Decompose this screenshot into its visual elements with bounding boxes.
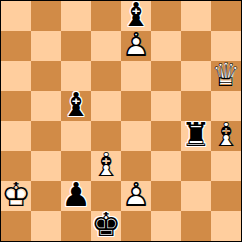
black-rook-piece[interactable]: ♜: [181, 121, 211, 151]
black-bishop-glyph: ♝: [61, 88, 91, 121]
black-rook-glyph: ♜: [181, 118, 211, 151]
square-b8[interactable]: [31, 1, 61, 31]
square-g8[interactable]: [181, 1, 211, 31]
square-a2[interactable]: ♚♔: [1, 181, 31, 211]
white-pawn-outline: ♙: [121, 28, 151, 61]
black-pawn-piece[interactable]: ♟: [61, 181, 91, 211]
square-e2[interactable]: ♟♙: [121, 181, 151, 211]
square-c7[interactable]: [61, 31, 91, 61]
white-queen-piece[interactable]: ♛♕: [211, 61, 241, 91]
square-e4[interactable]: [121, 121, 151, 151]
white-bishop-outline: ♗: [211, 118, 241, 151]
chess-board: ♝♟♙♛♕♝♜♝♗♝♗♚♔♟♟♙♚: [1, 1, 241, 241]
square-b3[interactable]: [31, 151, 61, 181]
square-d3[interactable]: ♝♗: [91, 151, 121, 181]
square-f1[interactable]: [151, 211, 181, 241]
black-king-piece[interactable]: ♚: [91, 211, 121, 241]
black-bishop-piece[interactable]: ♝: [61, 91, 91, 121]
square-h8[interactable]: [211, 1, 241, 31]
square-d5[interactable]: [91, 91, 121, 121]
white-king-piece[interactable]: ♚♔: [1, 181, 31, 211]
square-a8[interactable]: [1, 1, 31, 31]
square-f8[interactable]: [151, 1, 181, 31]
square-b6[interactable]: [31, 61, 61, 91]
square-f4[interactable]: [151, 121, 181, 151]
square-d1[interactable]: ♚: [91, 211, 121, 241]
white-king-outline: ♔: [1, 178, 31, 211]
square-h4[interactable]: ♝♗: [211, 121, 241, 151]
square-c5[interactable]: ♝: [61, 91, 91, 121]
square-c1[interactable]: [61, 211, 91, 241]
white-pawn-outline: ♙: [121, 178, 151, 211]
square-d8[interactable]: [91, 1, 121, 31]
square-g7[interactable]: [181, 31, 211, 61]
square-b7[interactable]: [31, 31, 61, 61]
white-pawn-piece[interactable]: ♟♙: [121, 181, 151, 211]
square-h6[interactable]: ♛♕: [211, 61, 241, 91]
square-a7[interactable]: [1, 31, 31, 61]
square-c2[interactable]: ♟: [61, 181, 91, 211]
square-f3[interactable]: [151, 151, 181, 181]
square-a1[interactable]: [1, 211, 31, 241]
square-d6[interactable]: [91, 61, 121, 91]
square-a4[interactable]: [1, 121, 31, 151]
square-b5[interactable]: [31, 91, 61, 121]
square-e1[interactable]: [121, 211, 151, 241]
square-f7[interactable]: [151, 31, 181, 61]
square-e5[interactable]: [121, 91, 151, 121]
white-pawn-piece[interactable]: ♟♙: [121, 31, 151, 61]
square-f2[interactable]: [151, 181, 181, 211]
square-e6[interactable]: [121, 61, 151, 91]
square-b4[interactable]: [31, 121, 61, 151]
white-queen-outline: ♕: [211, 58, 241, 91]
square-f5[interactable]: [151, 91, 181, 121]
square-g4[interactable]: ♜: [181, 121, 211, 151]
square-f6[interactable]: [151, 61, 181, 91]
square-c4[interactable]: [61, 121, 91, 151]
square-h3[interactable]: [211, 151, 241, 181]
square-h1[interactable]: [211, 211, 241, 241]
square-h2[interactable]: [211, 181, 241, 211]
chess-board-frame: ♝♟♙♛♕♝♜♝♗♝♗♚♔♟♟♙♚: [0, 0, 242, 242]
square-g3[interactable]: [181, 151, 211, 181]
square-g6[interactable]: [181, 61, 211, 91]
square-a5[interactable]: [1, 91, 31, 121]
black-pawn-glyph: ♟: [61, 178, 91, 211]
square-a6[interactable]: [1, 61, 31, 91]
square-g2[interactable]: [181, 181, 211, 211]
square-e7[interactable]: ♟♙: [121, 31, 151, 61]
white-bishop-piece[interactable]: ♝♗: [91, 151, 121, 181]
square-b1[interactable]: [31, 211, 61, 241]
black-king-glyph: ♚: [91, 208, 121, 241]
square-b2[interactable]: [31, 181, 61, 211]
square-g1[interactable]: [181, 211, 211, 241]
white-bishop-outline: ♗: [91, 148, 121, 181]
white-bishop-piece[interactable]: ♝♗: [211, 121, 241, 151]
square-c8[interactable]: [61, 1, 91, 31]
square-d7[interactable]: [91, 31, 121, 61]
